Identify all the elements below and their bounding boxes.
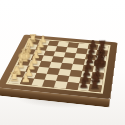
- white-pawn: ♟: [38, 35, 48, 44]
- square-h8[interactable]: ♜: [89, 84, 102, 92]
- black-knight: ♞: [90, 71, 102, 84]
- square-c6[interactable]: [74, 53, 86, 59]
- square-b8[interactable]: ♞: [96, 50, 107, 56]
- square-f8[interactable]: ♝: [92, 72, 104, 79]
- chess-set-photo: ♜♟♟♜♞♟♟♞♝♟♟♝♛♟♟♛♚♟♟♚♝♟♟♝♞♟♟♞♜♟♟♜: [0, 0, 125, 125]
- black-rook: ♜: [98, 39, 108, 49]
- chess-board: ♜♟♟♜♞♟♟♞♝♟♟♝♛♟♟♛♚♟♟♚♝♟♟♝♞♟♟♞♜♟♟♜: [0, 35, 118, 100]
- square-h6[interactable]: [65, 82, 78, 90]
- square-c8[interactable]: ♝: [95, 55, 107, 61]
- black-pawn: ♟: [87, 39, 97, 48]
- board-squares-grid: ♜♟♟♜♞♟♟♞♝♟♟♝♛♟♟♛♚♟♟♚♝♟♟♝♞♟♟♞♜♟♟♜: [8, 39, 108, 92]
- white-rook: ♜: [28, 34, 38, 44]
